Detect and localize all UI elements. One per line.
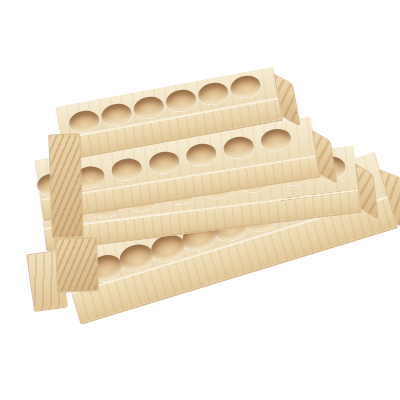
wooden-tier-rack [0,0,400,400]
left-rail-endgrain-upper [48,133,84,238]
left-rail-endgrain-lower [55,237,99,292]
product-photo [0,0,400,400]
